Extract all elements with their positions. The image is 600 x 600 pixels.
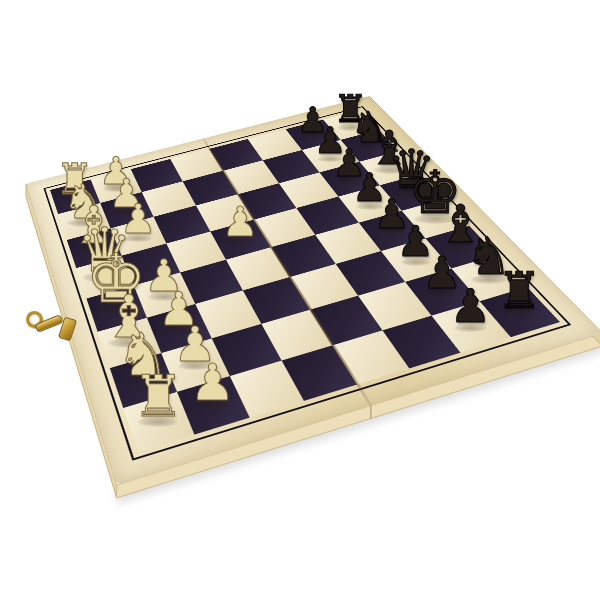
near-face-seam bbox=[370, 406, 371, 419]
product-photo: ♜♟♞♟♝♟♟♛♜♟♟♚♞♟♟♟♝♝♟♛♞♟♟♚♜♟♟♝♟♞♟♜ bbox=[0, 0, 600, 600]
